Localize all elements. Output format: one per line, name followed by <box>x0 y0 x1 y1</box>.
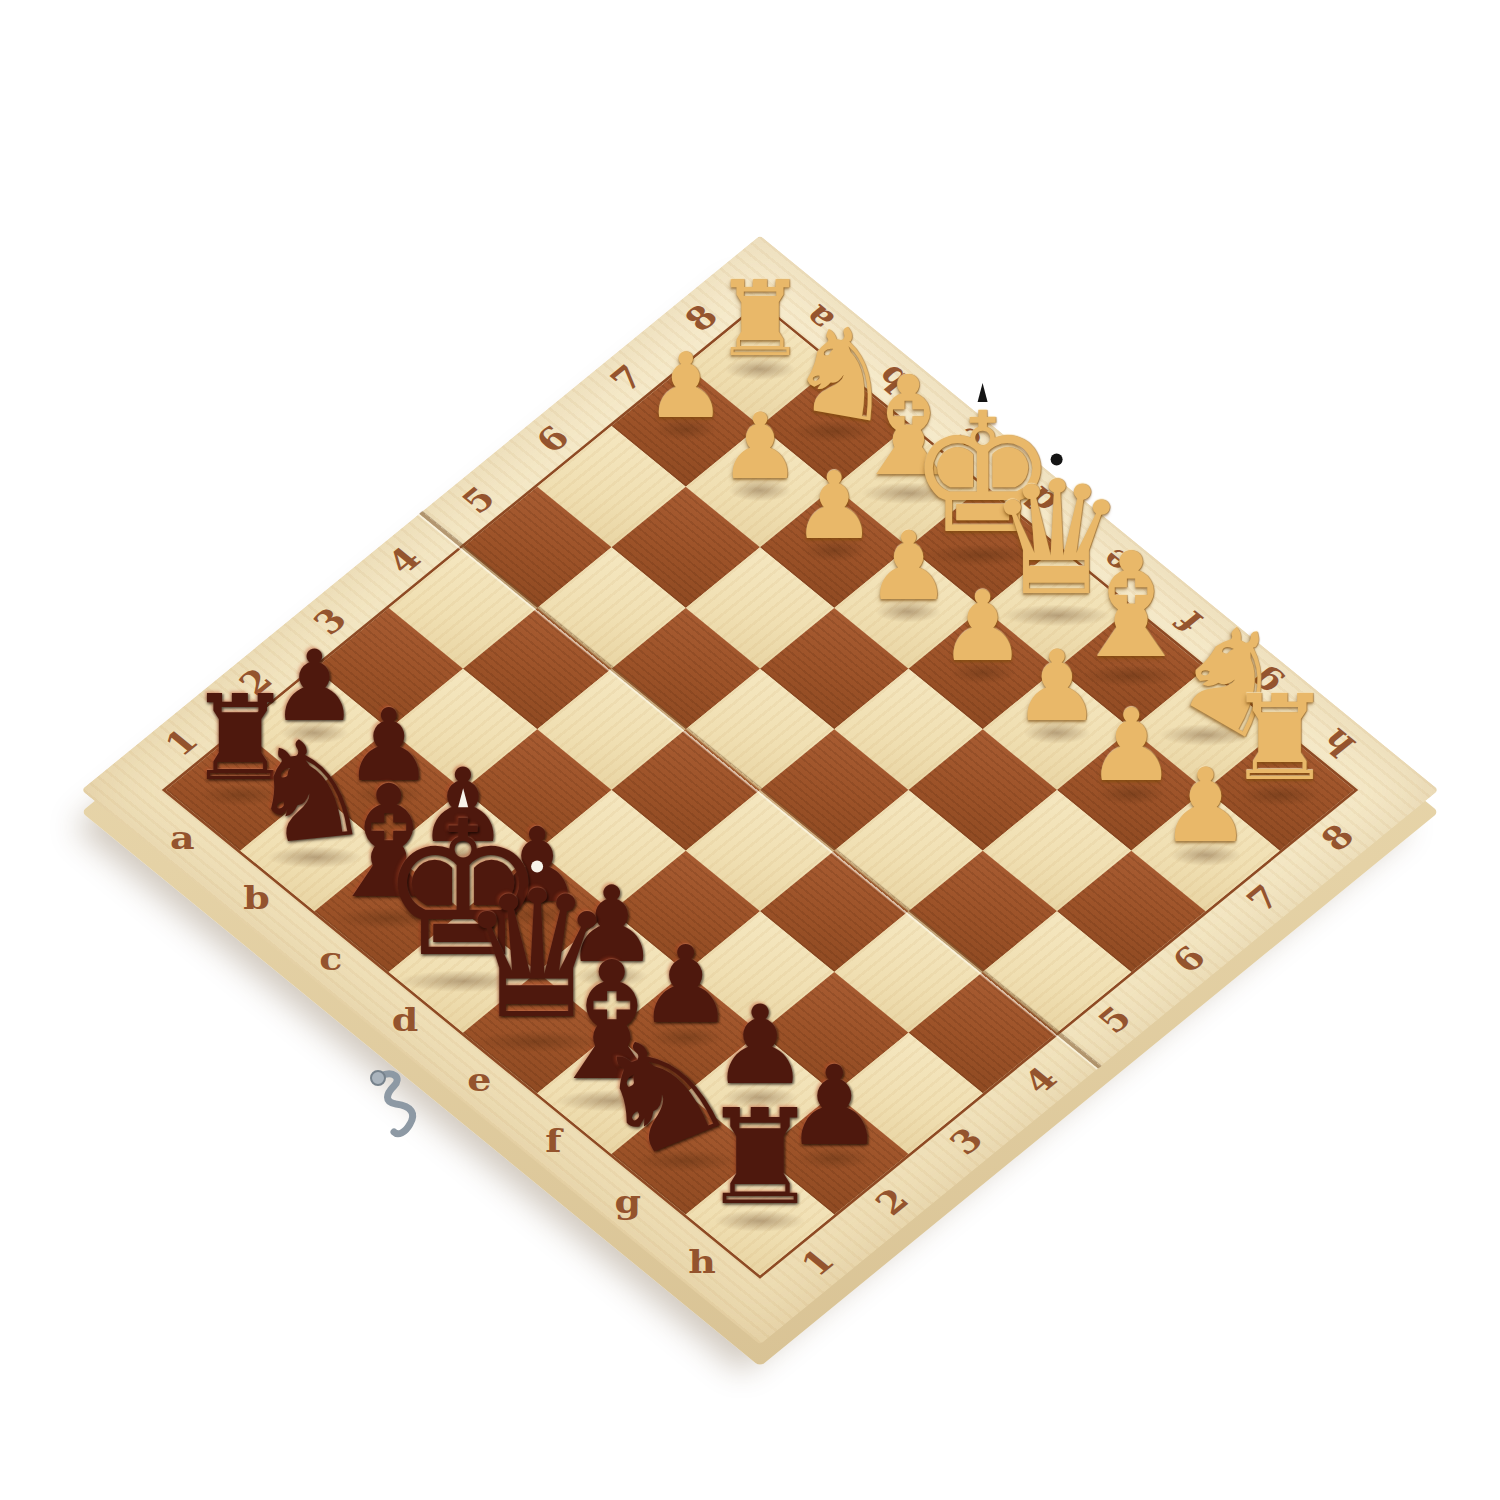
file-label-top-d: d <box>1018 481 1064 518</box>
rank-label-left-6: 6 <box>530 420 576 457</box>
file-label-top-h: h <box>1315 723 1361 761</box>
queen-finial-ball <box>1051 453 1063 465</box>
rank-label-right-6: 6 <box>1167 940 1213 977</box>
file-label-top-f: f <box>1170 605 1208 636</box>
rank-label-right-1: 1 <box>796 1244 842 1281</box>
king-finial-spike <box>978 378 988 402</box>
chess-set-photo: aa88bb77cc66dd55ee44ff33gg22hh11 ♜♞♟♝♟♚♟… <box>0 0 1500 1500</box>
rank-label-left-5: 5 <box>456 481 502 518</box>
file-label-bottom-d: d <box>391 1004 418 1035</box>
rank-label-right-2: 2 <box>870 1183 916 1220</box>
file-label-bottom-a: a <box>170 822 195 853</box>
clasp <box>350 1062 460 1166</box>
rank-label-right-4: 4 <box>1018 1062 1064 1099</box>
chess-board: aa88bb77cc66dd55ee44ff33gg22hh11 <box>81 235 1439 1344</box>
rank-label-left-3: 3 <box>308 602 354 639</box>
file-label-top-c: c <box>945 421 988 456</box>
rank-label-right-8: 8 <box>1315 819 1361 856</box>
file-label-bottom-g: g <box>614 1186 641 1217</box>
file-label-bottom-b: b <box>243 883 270 914</box>
rank-label-left-1: 1 <box>159 724 205 761</box>
file-label-top-b: b <box>870 360 916 397</box>
file-label-bottom-c: c <box>319 943 342 974</box>
file-label-top-e: e <box>1093 542 1137 578</box>
rank-label-left-7: 7 <box>605 360 651 397</box>
file-label-bottom-f: f <box>545 1125 561 1156</box>
rank-label-left-2: 2 <box>233 663 279 700</box>
file-label-bottom-h: h <box>688 1247 716 1278</box>
rank-label-left-8: 8 <box>679 299 725 336</box>
file-label-bottom-e: e <box>467 1065 491 1096</box>
file-label-top-a: a <box>796 300 840 336</box>
rank-label-left-4: 4 <box>382 542 428 579</box>
rank-label-right-3: 3 <box>944 1122 990 1159</box>
rank-label-right-5: 5 <box>1093 1001 1139 1038</box>
rank-label-right-7: 7 <box>1241 880 1287 917</box>
clasp-hook-icon <box>350 1062 460 1162</box>
clasp-screw-icon <box>371 1071 385 1085</box>
file-label-top-g: g <box>1241 663 1287 700</box>
